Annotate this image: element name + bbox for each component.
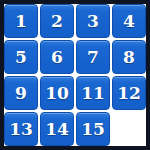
tile-7[interactable]: 7: [76, 40, 110, 74]
empty-cell: [112, 112, 146, 146]
tile-2[interactable]: 2: [40, 4, 74, 38]
tile-6[interactable]: 6: [40, 40, 74, 74]
tile-10[interactable]: 10: [40, 76, 74, 110]
tile-1[interactable]: 1: [4, 4, 38, 38]
tile-3[interactable]: 3: [76, 4, 110, 38]
tile-8[interactable]: 8: [112, 40, 146, 74]
tile-12[interactable]: 12: [112, 76, 146, 110]
tile-4[interactable]: 4: [112, 4, 146, 38]
tile-13[interactable]: 13: [4, 112, 38, 146]
tile-9[interactable]: 9: [4, 76, 38, 110]
fifteen-puzzle-board: 123456789101112131415: [4, 4, 146, 146]
tile-5[interactable]: 5: [4, 40, 38, 74]
tile-11[interactable]: 11: [76, 76, 110, 110]
tile-15[interactable]: 15: [76, 112, 110, 146]
tile-14[interactable]: 14: [40, 112, 74, 146]
puzzle-frame: 123456789101112131415: [0, 0, 150, 150]
